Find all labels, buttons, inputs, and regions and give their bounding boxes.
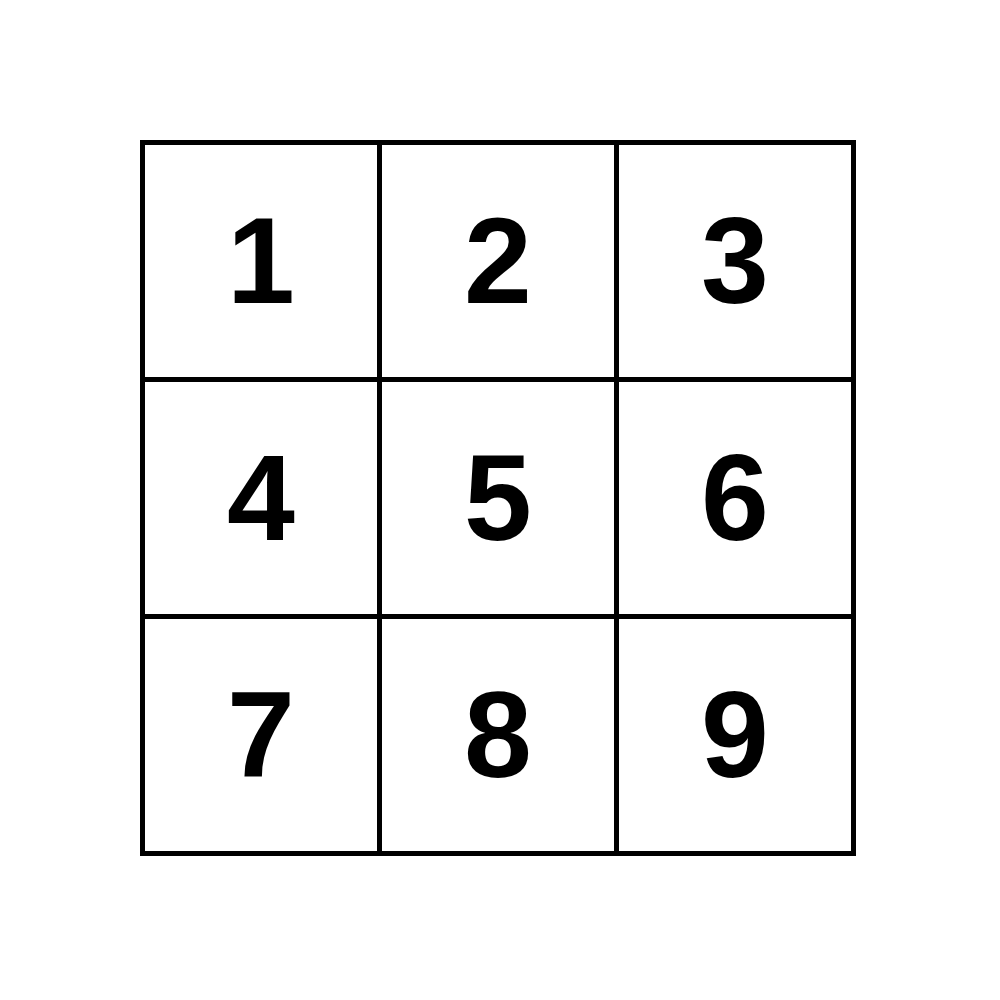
cell-r2c3[interactable]: 6	[619, 382, 851, 614]
cell-r3c1[interactable]: 7	[145, 619, 377, 851]
cell-r1c1[interactable]: 1	[145, 145, 377, 377]
cell-r1c3[interactable]: 3	[619, 145, 851, 377]
cell-r2c2[interactable]: 5	[382, 382, 614, 614]
cell-r1c2[interactable]: 2	[382, 145, 614, 377]
number-grid-board: 1 2 3 4 5 6 7 8 9	[140, 140, 856, 856]
cell-r2c1[interactable]: 4	[145, 382, 377, 614]
cell-r3c2[interactable]: 8	[382, 619, 614, 851]
cell-r3c3[interactable]: 9	[619, 619, 851, 851]
